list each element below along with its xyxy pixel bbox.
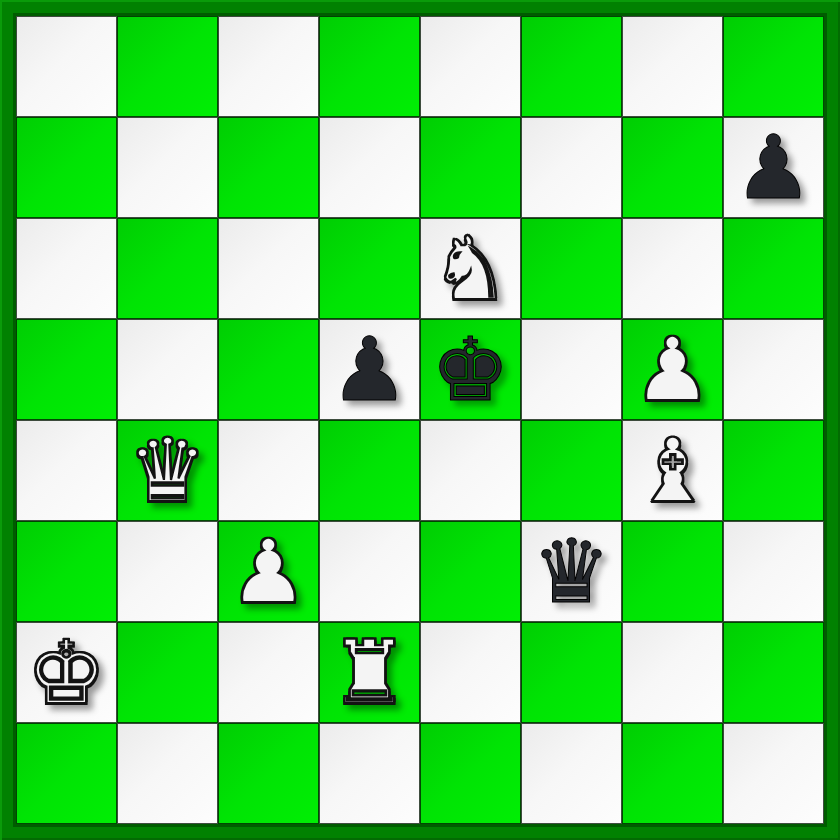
white-queen[interactable]: ♛ bbox=[128, 420, 207, 521]
white-king[interactable]: ♚ bbox=[27, 622, 106, 723]
square-b8[interactable] bbox=[117, 16, 218, 117]
square-c2[interactable] bbox=[218, 622, 319, 723]
square-h7[interactable]: ♟ bbox=[723, 117, 824, 218]
square-h2[interactable] bbox=[723, 622, 824, 723]
square-b6[interactable] bbox=[117, 218, 218, 319]
square-f3[interactable]: ♛ bbox=[521, 521, 622, 622]
white-pawn[interactable]: ♟ bbox=[229, 521, 308, 622]
white-knight[interactable]: ♞ bbox=[431, 218, 510, 319]
square-f6[interactable] bbox=[521, 218, 622, 319]
square-d2[interactable]: ♜ bbox=[319, 622, 420, 723]
square-c4[interactable] bbox=[218, 420, 319, 521]
square-g8[interactable] bbox=[622, 16, 723, 117]
square-a7[interactable] bbox=[16, 117, 117, 218]
square-a4[interactable] bbox=[16, 420, 117, 521]
square-f5[interactable] bbox=[521, 319, 622, 420]
black-pawn[interactable]: ♟ bbox=[734, 117, 813, 218]
square-e3[interactable] bbox=[420, 521, 521, 622]
square-d4[interactable] bbox=[319, 420, 420, 521]
square-a2[interactable]: ♚ bbox=[16, 622, 117, 723]
square-e5[interactable]: ♚ bbox=[420, 319, 521, 420]
square-d8[interactable] bbox=[319, 16, 420, 117]
square-f8[interactable] bbox=[521, 16, 622, 117]
square-e1[interactable] bbox=[420, 723, 521, 824]
square-e7[interactable] bbox=[420, 117, 521, 218]
square-d7[interactable] bbox=[319, 117, 420, 218]
square-b1[interactable] bbox=[117, 723, 218, 824]
square-g4[interactable]: ♝ bbox=[622, 420, 723, 521]
square-g6[interactable] bbox=[622, 218, 723, 319]
square-e2[interactable] bbox=[420, 622, 521, 723]
square-a1[interactable] bbox=[16, 723, 117, 824]
square-g5[interactable]: ♟ bbox=[622, 319, 723, 420]
square-c1[interactable] bbox=[218, 723, 319, 824]
square-h8[interactable] bbox=[723, 16, 824, 117]
square-h1[interactable] bbox=[723, 723, 824, 824]
square-d5[interactable]: ♟ bbox=[319, 319, 420, 420]
square-h4[interactable] bbox=[723, 420, 824, 521]
square-a8[interactable] bbox=[16, 16, 117, 117]
square-h5[interactable] bbox=[723, 319, 824, 420]
board-frame: ♟♞♟♚♟♛♝♟♛♚♜ bbox=[0, 0, 840, 840]
square-b3[interactable] bbox=[117, 521, 218, 622]
square-a6[interactable] bbox=[16, 218, 117, 319]
square-d6[interactable] bbox=[319, 218, 420, 319]
square-f2[interactable] bbox=[521, 622, 622, 723]
black-queen[interactable]: ♛ bbox=[532, 521, 611, 622]
square-g7[interactable] bbox=[622, 117, 723, 218]
square-d3[interactable] bbox=[319, 521, 420, 622]
square-e6[interactable]: ♞ bbox=[420, 218, 521, 319]
square-h6[interactable] bbox=[723, 218, 824, 319]
square-b4[interactable]: ♛ bbox=[117, 420, 218, 521]
square-b5[interactable] bbox=[117, 319, 218, 420]
black-king[interactable]: ♚ bbox=[431, 319, 510, 420]
square-c7[interactable] bbox=[218, 117, 319, 218]
square-f1[interactable] bbox=[521, 723, 622, 824]
square-b7[interactable] bbox=[117, 117, 218, 218]
square-h3[interactable] bbox=[723, 521, 824, 622]
square-g3[interactable] bbox=[622, 521, 723, 622]
white-bishop[interactable]: ♝ bbox=[633, 420, 712, 521]
square-e4[interactable] bbox=[420, 420, 521, 521]
square-g2[interactable] bbox=[622, 622, 723, 723]
square-f7[interactable] bbox=[521, 117, 622, 218]
square-f4[interactable] bbox=[521, 420, 622, 521]
square-e8[interactable] bbox=[420, 16, 521, 117]
square-g1[interactable] bbox=[622, 723, 723, 824]
chess-board: ♟♞♟♚♟♛♝♟♛♚♜ bbox=[16, 16, 824, 824]
square-c8[interactable] bbox=[218, 16, 319, 117]
square-b2[interactable] bbox=[117, 622, 218, 723]
square-a3[interactable] bbox=[16, 521, 117, 622]
white-rook[interactable]: ♜ bbox=[330, 622, 409, 723]
black-pawn[interactable]: ♟ bbox=[330, 319, 409, 420]
square-c5[interactable] bbox=[218, 319, 319, 420]
white-pawn[interactable]: ♟ bbox=[633, 319, 712, 420]
square-d1[interactable] bbox=[319, 723, 420, 824]
square-c6[interactable] bbox=[218, 218, 319, 319]
square-c3[interactable]: ♟ bbox=[218, 521, 319, 622]
square-a5[interactable] bbox=[16, 319, 117, 420]
